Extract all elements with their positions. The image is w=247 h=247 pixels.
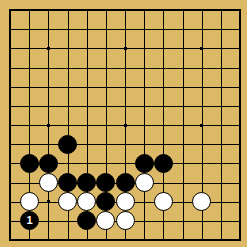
move-1-stone[interactable]: 1 <box>20 211 39 230</box>
star-point <box>47 124 50 127</box>
black-stone[interactable] <box>58 135 77 154</box>
black-stone[interactable] <box>20 154 39 173</box>
white-stone[interactable] <box>116 192 135 211</box>
black-stone[interactable] <box>77 211 96 230</box>
white-stone[interactable] <box>20 192 39 211</box>
grid-line-vertical <box>221 11 222 239</box>
black-stone[interactable] <box>154 154 173 173</box>
white-stone[interactable] <box>77 192 96 211</box>
white-stone[interactable] <box>192 192 211 211</box>
move-number-label: 1 <box>26 215 32 226</box>
grid-line-horizontal <box>11 144 239 145</box>
grid-line-vertical <box>144 11 145 239</box>
grid-line-vertical <box>183 11 184 239</box>
black-stone[interactable] <box>96 173 115 192</box>
black-stone[interactable] <box>96 192 115 211</box>
white-stone[interactable] <box>39 173 58 192</box>
white-stone[interactable] <box>58 192 77 211</box>
star-point <box>200 124 203 127</box>
black-stone[interactable] <box>116 173 135 192</box>
star-point <box>124 124 127 127</box>
star-point <box>47 200 50 203</box>
white-stone[interactable] <box>116 211 135 230</box>
star-point <box>47 47 50 50</box>
black-stone[interactable] <box>77 173 96 192</box>
goban-diagram[interactable]: 1 <box>0 0 247 247</box>
star-point <box>124 47 127 50</box>
white-stone[interactable] <box>154 192 173 211</box>
black-stone[interactable] <box>39 154 58 173</box>
white-stone[interactable] <box>135 173 154 192</box>
black-stone[interactable] <box>58 173 77 192</box>
black-stone[interactable] <box>135 154 154 173</box>
star-point <box>200 47 203 50</box>
white-stone[interactable] <box>96 211 115 230</box>
